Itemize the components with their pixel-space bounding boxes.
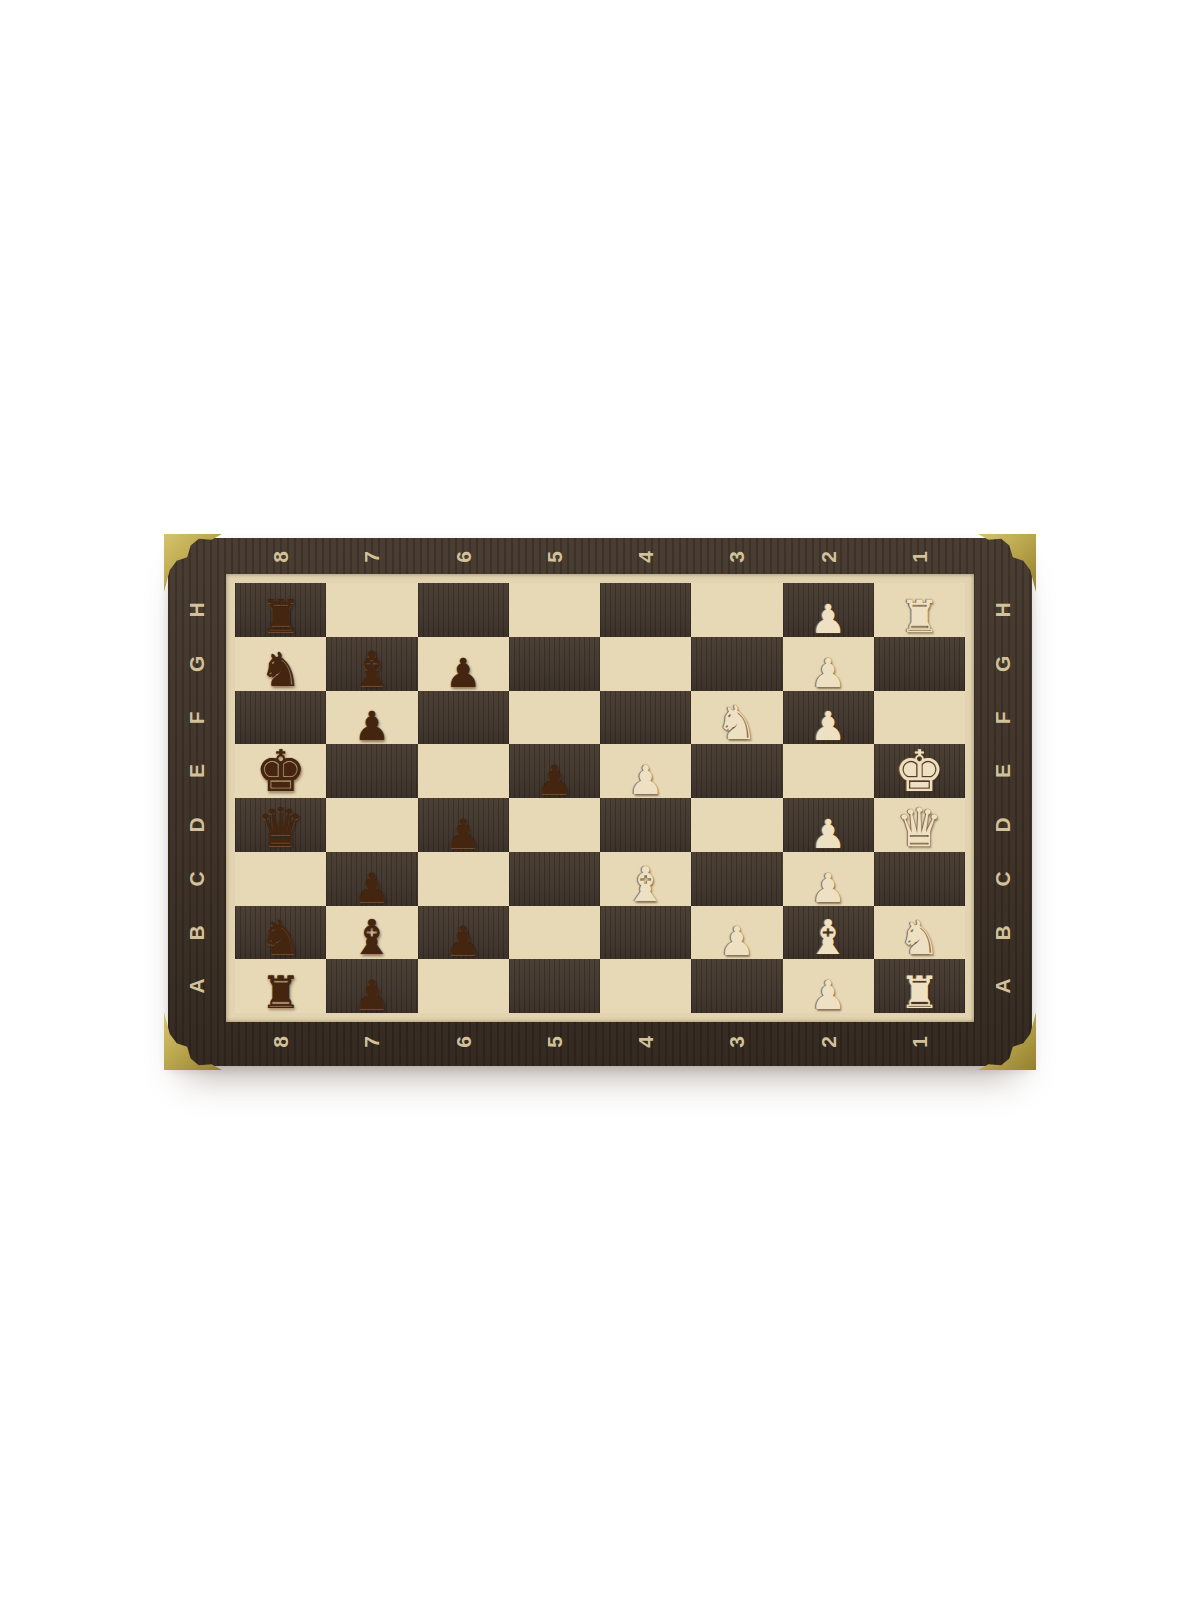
piece-black-knight-b8[interactable]: ♞: [260, 914, 302, 961]
square-a8[interactable]: ♜: [235, 959, 326, 1013]
piece-white-bishop-b2[interactable]: ♝: [807, 913, 850, 961]
square-e7[interactable]: [326, 744, 417, 798]
square-f4[interactable]: [600, 691, 691, 745]
square-b6[interactable]: ♟: [418, 906, 509, 960]
square-g1[interactable]: [874, 637, 965, 691]
piece-black-knight-g8[interactable]: ♞: [260, 646, 302, 693]
square-c5[interactable]: [509, 852, 600, 906]
square-g6[interactable]: ♟: [418, 637, 509, 691]
square-h8[interactable]: ♜: [235, 583, 326, 637]
piece-black-rook-h8[interactable]: ♜: [260, 594, 300, 639]
piece-white-pawn-c2[interactable]: ♟: [810, 868, 846, 908]
square-b1[interactable]: ♞: [874, 906, 965, 960]
square-d7[interactable]: [326, 798, 417, 852]
square-c3[interactable]: [691, 852, 782, 906]
file-label-c: C: [976, 858, 1030, 900]
product-photo-area: 87654321 87654321 HGFEDCBA HGFEDCBA ♜♟♜♞…: [0, 0, 1200, 1600]
square-g8[interactable]: ♞: [235, 637, 326, 691]
square-e8[interactable]: ♚: [235, 744, 326, 798]
square-d2[interactable]: ♟: [783, 798, 874, 852]
piece-white-pawn-a2[interactable]: ♟: [810, 975, 846, 1015]
square-a6[interactable]: [418, 959, 509, 1013]
piece-black-pawn-d6[interactable]: ♟: [445, 814, 481, 854]
file-label-h: H: [170, 589, 224, 631]
piece-black-pawn-e5[interactable]: ♟: [536, 760, 572, 800]
piece-white-rook-a1[interactable]: ♜: [899, 970, 939, 1015]
square-h6[interactable]: [418, 583, 509, 637]
file-label-e: E: [170, 750, 224, 792]
square-h1[interactable]: ♜: [874, 583, 965, 637]
piece-white-pawn-e4[interactable]: ♟: [628, 760, 664, 800]
square-c4[interactable]: ♝: [600, 852, 691, 906]
square-a2[interactable]: ♟: [783, 959, 874, 1013]
file-label-b: B: [976, 911, 1030, 953]
file-labels-left: HGFEDCBA: [176, 583, 218, 1013]
piece-white-pawn-d2[interactable]: ♟: [810, 814, 846, 854]
square-h2[interactable]: ♟: [783, 583, 874, 637]
square-d6[interactable]: ♟: [418, 798, 509, 852]
piece-white-knight-b1[interactable]: ♞: [898, 914, 940, 961]
file-label-g: G: [976, 643, 1030, 685]
piece-black-bishop-b7[interactable]: ♝: [350, 913, 393, 961]
square-c8[interactable]: [235, 852, 326, 906]
piece-white-rook-h1[interactable]: ♜: [899, 594, 939, 639]
piece-white-pawn-b3[interactable]: ♟: [719, 921, 755, 961]
square-h7[interactable]: [326, 583, 417, 637]
square-c7[interactable]: ♟: [326, 852, 417, 906]
square-e2[interactable]: [783, 744, 874, 798]
square-c2[interactable]: ♟: [783, 852, 874, 906]
square-d4[interactable]: [600, 798, 691, 852]
square-f1[interactable]: [874, 691, 965, 745]
square-e5[interactable]: ♟: [509, 744, 600, 798]
square-a1[interactable]: ♜: [874, 959, 965, 1013]
square-b2[interactable]: ♝: [783, 906, 874, 960]
piece-black-pawn-c7[interactable]: ♟: [354, 868, 390, 908]
piece-black-rook-a8[interactable]: ♜: [260, 970, 300, 1015]
square-d1[interactable]: ♛: [874, 798, 965, 852]
square-b3[interactable]: ♟: [691, 906, 782, 960]
piece-white-bishop-c4[interactable]: ♝: [624, 860, 667, 908]
square-d8[interactable]: ♛: [235, 798, 326, 852]
chess-board: 87654321 87654321 HGFEDCBA HGFEDCBA ♜♟♜♞…: [168, 538, 1032, 1066]
square-g3[interactable]: [691, 637, 782, 691]
file-label-c: C: [170, 858, 224, 900]
piece-white-queen-d1[interactable]: ♛: [896, 801, 944, 854]
square-f5[interactable]: [509, 691, 600, 745]
square-c6[interactable]: [418, 852, 509, 906]
file-label-g: G: [170, 643, 224, 685]
square-a3[interactable]: [691, 959, 782, 1013]
square-e1[interactable]: ♚: [874, 744, 965, 798]
file-label-d: D: [170, 804, 224, 846]
square-h5[interactable]: [509, 583, 600, 637]
piece-black-pawn-a7[interactable]: ♟: [354, 975, 390, 1015]
square-h4[interactable]: [600, 583, 691, 637]
maple-inlay-strip: ♜♟♜♞♝♟♟♟♞♟♚♟♟♚♛♟♟♛♟♝♟♞♝♟♟♝♞♜♟♟♜: [226, 574, 974, 1022]
square-e6[interactable]: [418, 744, 509, 798]
square-g7[interactable]: ♝: [326, 637, 417, 691]
square-e3[interactable]: [691, 744, 782, 798]
file-label-b: B: [170, 911, 224, 953]
file-label-a: A: [170, 965, 224, 1007]
square-f3[interactable]: ♞: [691, 691, 782, 745]
square-a7[interactable]: ♟: [326, 959, 417, 1013]
piece-black-pawn-g6[interactable]: ♟: [445, 653, 481, 693]
rank-labels-top: 87654321: [235, 540, 965, 574]
piece-white-pawn-h2[interactable]: ♟: [810, 599, 846, 639]
piece-white-pawn-g2[interactable]: ♟: [810, 653, 846, 693]
file-label-e: E: [976, 750, 1030, 792]
square-c1[interactable]: [874, 852, 965, 906]
square-b5[interactable]: [509, 906, 600, 960]
square-d3[interactable]: [691, 798, 782, 852]
square-g4[interactable]: [600, 637, 691, 691]
square-f8[interactable]: [235, 691, 326, 745]
file-label-f: F: [170, 696, 224, 738]
piece-black-queen-d8[interactable]: ♛: [257, 801, 305, 854]
brass-corner-bottom-right: [978, 1012, 1036, 1070]
square-d5[interactable]: [509, 798, 600, 852]
piece-black-bishop-g7[interactable]: ♝: [350, 645, 393, 693]
square-b4[interactable]: [600, 906, 691, 960]
piece-white-knight-f3[interactable]: ♞: [716, 699, 758, 746]
square-h3[interactable]: [691, 583, 782, 637]
square-a5[interactable]: [509, 959, 600, 1013]
brass-corner-bottom-left: [164, 1012, 222, 1070]
square-f7[interactable]: ♟: [326, 691, 417, 745]
board-grid: ♜♟♜♞♝♟♟♟♞♟♚♟♟♚♛♟♟♛♟♝♟♞♝♟♟♝♞♜♟♟♜: [235, 583, 965, 1013]
file-label-a: A: [976, 965, 1030, 1007]
file-label-f: F: [976, 696, 1030, 738]
file-label-d: D: [976, 804, 1030, 846]
square-f6[interactable]: [418, 691, 509, 745]
piece-black-king-e8[interactable]: ♚: [255, 743, 306, 800]
piece-white-king-e1[interactable]: ♚: [894, 743, 945, 800]
square-g5[interactable]: [509, 637, 600, 691]
square-a4[interactable]: [600, 959, 691, 1013]
piece-black-pawn-b6[interactable]: ♟: [445, 921, 481, 961]
rank-labels-bottom: 87654321: [235, 1022, 965, 1062]
square-b8[interactable]: ♞: [235, 906, 326, 960]
file-labels-right: HGFEDCBA: [982, 583, 1024, 1013]
square-e4[interactable]: ♟: [600, 744, 691, 798]
square-f2[interactable]: ♟: [783, 691, 874, 745]
file-label-h: H: [976, 589, 1030, 631]
piece-black-pawn-f7[interactable]: ♟: [354, 706, 390, 746]
square-g2[interactable]: ♟: [783, 637, 874, 691]
square-b7[interactable]: ♝: [326, 906, 417, 960]
piece-white-pawn-f2[interactable]: ♟: [810, 706, 846, 746]
